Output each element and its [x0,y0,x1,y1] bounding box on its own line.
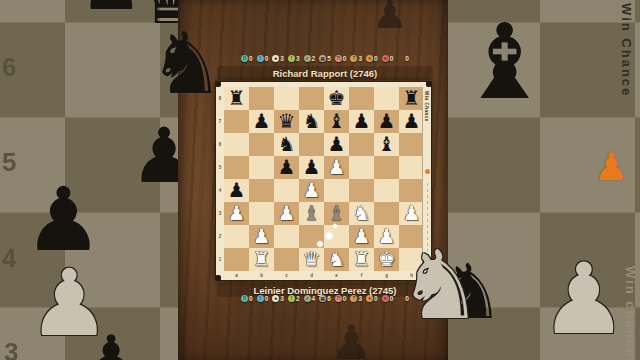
square-f8[interactable] [349,87,374,110]
rank-label-5: 5 [216,156,224,179]
book-icon: ▤ [319,55,326,62]
square-a4[interactable]: ♟ [224,179,249,202]
piece-black-pawn[interactable]: ♟ [328,133,346,156]
piece-black-bishop[interactable]: ♝ [378,133,396,156]
rank-label-4: 4 [216,179,224,202]
great-icon: ! [257,295,264,302]
piece-black-pawn[interactable]: ♟ [228,179,246,202]
file-labels: abcdefgh [224,271,424,280]
square-g1[interactable]: ♚ [374,248,399,271]
win-chance-label: Win Chance [424,91,429,122]
question-icon: ? [397,295,404,302]
good-icon: ✓ [304,295,311,302]
mistake-icon: ? [350,55,357,62]
square-b4[interactable] [249,179,274,202]
badge-count: 3 [280,55,284,62]
mistake-icon: ? [350,295,357,302]
badge-miss-white: ✕0 [366,295,378,302]
miss-icon: ✕ [366,55,373,62]
piece-white-rook[interactable]: ♜ [353,248,371,271]
square-g4[interactable] [374,179,399,202]
badge-count: 0 [405,55,409,62]
square-g7[interactable]: ♟ [374,110,399,133]
piece-white-bishop[interactable]: ♝ [328,202,346,225]
square-h8[interactable]: ♜ [399,87,424,110]
file-label-d: d [299,271,324,280]
move-sparkle-effect [332,223,338,229]
badge-inaccuracy-black: ?!0 [335,55,347,62]
blunder-icon: ✕ [382,55,389,62]
piece-black-knight[interactable]: ♞ [278,133,296,156]
inaccuracy-icon: ?! [335,55,342,62]
board-corner-clamp-icon [426,275,432,281]
file-label-f: f [349,271,374,280]
background-rank-label-3: 3 [4,337,18,360]
miss-icon: ✕ [366,295,373,302]
badge-book-black: ▤5 [319,55,331,62]
file-label-b: b [249,271,274,280]
badge-book-white: ▤6 [319,295,331,302]
badge-count: 0 [405,295,409,302]
square-h6[interactable] [399,133,424,156]
badge-great-black: !0 [257,55,269,62]
piece-white-pawn[interactable]: ♟ [353,225,371,248]
piece-white-knight[interactable]: ♞ [353,202,371,225]
badge-count: 0 [390,55,394,62]
square-d7[interactable]: ♞ [299,110,324,133]
win-chance-marker-icon [425,169,430,174]
badge-brilliant-white: !!0 [241,295,253,302]
background-win-chance-text-bottom: Win chance [623,266,638,360]
rank-label-6: 6 [216,133,224,156]
piece-black-queen[interactable]: ♛ [278,110,296,133]
piece-white-king[interactable]: ♚ [378,248,396,271]
background-rank-label-5: 5 [2,147,16,178]
badge-good-black: ✓2 [304,55,316,62]
badge-count: 0 [374,55,378,62]
square-c6[interactable]: ♞ [274,133,299,156]
square-a7[interactable] [224,110,249,133]
inaccuracy-icon: ?! [335,295,342,302]
square-h3[interactable]: ♟ [399,202,424,225]
badge-count: 0 [343,55,347,62]
question-icon: ? [397,55,404,62]
badge-brilliant-black: !!0 [241,55,253,62]
move-sparkle-effect [324,231,334,241]
square-a1[interactable] [224,248,249,271]
move-sparkle-effect [316,240,324,248]
piece-white-knight[interactable]: ♞ [328,248,346,271]
square-c5[interactable]: ♟ [274,156,299,179]
chess-board[interactable]: ♜♚♜♟♛♞♝♟♟♟♞♟♝♟♟♟♟♟♟♟♝♝♞♟♟♟♟♜♛♞♜♚ [224,87,424,271]
square-f3[interactable]: ♞ [349,202,374,225]
badge-count: 5 [327,55,331,62]
badge-count: 0 [343,295,347,302]
badge-excellent-black: !3 [288,55,300,62]
badge-count: 0 [249,55,253,62]
square-d3[interactable]: ♝ [299,202,324,225]
file-label-a: a [224,271,249,280]
board-corner-clamp-icon [215,81,221,87]
badge-count: 0 [390,295,394,302]
square-c2[interactable] [274,225,299,248]
square-e1[interactable]: ♞ [324,248,349,271]
excellent-icon: ! [288,295,295,302]
piece-black-rook[interactable]: ♜ [228,87,246,110]
badge-count: 0 [374,295,378,302]
piece-white-pawn[interactable]: ♟ [378,225,396,248]
square-b6[interactable] [249,133,274,156]
good-icon: ✓ [304,55,311,62]
move-quality-badges-white: !!0!0★3!2✓4▤6?!0?3✕0✕0?0 [217,295,433,302]
badge-mistake-black: ?3 [350,55,362,62]
piece-black-king[interactable]: ♚ [328,87,346,110]
square-f5[interactable] [349,156,374,179]
piece-black-pawn[interactable]: ♟ [253,110,271,133]
piece-black-pawn[interactable]: ♟ [403,110,421,133]
background-rank-label-6: 6 [2,52,16,83]
square-f2[interactable]: ♟ [349,225,374,248]
square-f6[interactable] [349,133,374,156]
square-b2[interactable]: ♟ [249,225,274,248]
background-win-chance-text-top: Win Chance [619,3,634,97]
piece-white-rook[interactable]: ♜ [253,248,271,271]
badge-miss-black: ✕0 [366,55,378,62]
badge-best-black: ★3 [272,55,284,62]
square-c1[interactable] [274,248,299,271]
best-icon: ★ [272,295,279,302]
square-h2[interactable] [399,225,424,248]
file-label-e: e [324,271,349,280]
badge-question-white: ?0 [397,295,409,302]
chess-board-frame: 87654321 abcdefgh ♜♚♜♟♛♞♝♟♟♟♞♟♝♟♟♟♟♟♟♟♝♝… [215,81,432,281]
square-h5[interactable] [399,156,424,179]
brilliant-icon: !! [241,295,248,302]
square-e4[interactable] [324,179,349,202]
square-d1[interactable]: ♛ [299,248,324,271]
piece-black-pawn[interactable]: ♟ [278,156,296,179]
rank-label-7: 7 [216,110,224,133]
square-c8[interactable] [274,87,299,110]
piece-black-pawn[interactable]: ♟ [378,110,396,133]
badge-count: 2 [296,295,300,302]
badge-count: 3 [358,295,362,302]
square-d4[interactable]: ♟ [299,179,324,202]
square-d6[interactable] [299,133,324,156]
badge-mistake-white: ?3 [350,295,362,302]
rank-label-2: 2 [216,225,224,248]
square-e6[interactable]: ♟ [324,133,349,156]
square-a8[interactable]: ♜ [224,87,249,110]
piece-black-bishop[interactable]: ♝ [328,110,346,133]
square-b8[interactable] [249,87,274,110]
badge-best-white: ★3 [272,295,284,302]
badge-count: 0 [265,55,269,62]
badge-inaccuracy-white: ?!0 [335,295,347,302]
square-a2[interactable] [224,225,249,248]
badge-great-white: !0 [257,295,269,302]
win-chance-bar: Win Chance [422,87,431,271]
badge-count: 2 [312,55,316,62]
piece-white-pawn[interactable]: ♟ [253,225,271,248]
piece-black-pawn[interactable]: ♟ [303,156,321,179]
square-a5[interactable] [224,156,249,179]
square-b3[interactable] [249,202,274,225]
win-chance-scale [427,183,428,253]
board-corner-clamp-icon [215,275,221,281]
square-f7[interactable]: ♟ [349,110,374,133]
square-h1[interactable] [399,248,424,271]
player-name-top: Richard Rapport (2746) [217,66,433,80]
square-g2[interactable]: ♟ [374,225,399,248]
square-c3[interactable]: ♟ [274,202,299,225]
piece-black-rook[interactable]: ♜ [403,87,421,110]
great-icon: ! [257,55,264,62]
rank-label-8: 8 [216,87,224,110]
square-e8[interactable]: ♚ [324,87,349,110]
square-g8[interactable] [374,87,399,110]
square-e5[interactable]: ♟ [324,156,349,179]
piece-black-knight[interactable]: ♞ [303,110,321,133]
file-label-c: c [274,271,299,280]
badge-count: 3 [296,55,300,62]
square-h7[interactable]: ♟ [399,110,424,133]
book-icon: ▤ [319,295,326,302]
excellent-icon: ! [288,55,295,62]
best-icon: ★ [272,55,279,62]
move-quality-badges-black: !!0!0★3!3✓2▤5?!0?3✕0✕0?0 [217,55,433,62]
square-b7[interactable]: ♟ [249,110,274,133]
square-f1[interactable]: ♜ [349,248,374,271]
square-f4[interactable] [349,179,374,202]
video-frame: 6543 Win Chance Win chance !!0!0★3!3✓2▤5… [0,0,640,360]
blunder-icon: ✕ [382,295,389,302]
square-g5[interactable] [374,156,399,179]
file-label-g: g [374,271,399,280]
rank-label-1: 1 [216,248,224,271]
square-d5[interactable]: ♟ [299,156,324,179]
board-corner-clamp-icon [426,81,432,87]
badge-count: 4 [312,295,316,302]
rank-labels: 87654321 [216,87,224,271]
square-b5[interactable] [249,156,274,179]
badge-count: 3 [358,55,362,62]
background-rank-label-4: 4 [2,243,16,274]
badge-excellent-white: !2 [288,295,300,302]
badge-count: 0 [249,295,253,302]
square-h4[interactable] [399,179,424,202]
piece-white-pawn[interactable]: ♟ [278,202,296,225]
badge-good-white: ✓4 [304,295,316,302]
badge-blunder-black: ✕0 [382,55,394,62]
piece-white-pawn[interactable]: ♟ [228,202,246,225]
piece-white-pawn[interactable]: ♟ [403,202,421,225]
rank-label-3: 3 [216,202,224,225]
square-e7[interactable]: ♝ [324,110,349,133]
square-g6[interactable]: ♝ [374,133,399,156]
piece-white-pawn[interactable]: ♟ [303,179,321,202]
file-label-h: h [399,271,424,280]
square-e3[interactable]: ♝ [324,202,349,225]
square-a3[interactable]: ♟ [224,202,249,225]
square-c7[interactable]: ♛ [274,110,299,133]
badge-count: 6 [327,295,331,302]
piece-white-bishop[interactable]: ♝ [303,202,321,225]
square-d8[interactable] [299,87,324,110]
brilliant-icon: !! [241,55,248,62]
piece-black-pawn[interactable]: ♟ [353,110,371,133]
square-b1[interactable]: ♜ [249,248,274,271]
piece-white-queen[interactable]: ♛ [303,248,321,271]
badge-question-black: ?0 [397,55,409,62]
square-a6[interactable] [224,133,249,156]
badge-blunder-white: ✕0 [382,295,394,302]
badge-count: 0 [265,295,269,302]
piece-white-pawn[interactable]: ♟ [328,156,346,179]
square-g3[interactable] [374,202,399,225]
badge-count: 3 [280,295,284,302]
square-c4[interactable] [274,179,299,202]
